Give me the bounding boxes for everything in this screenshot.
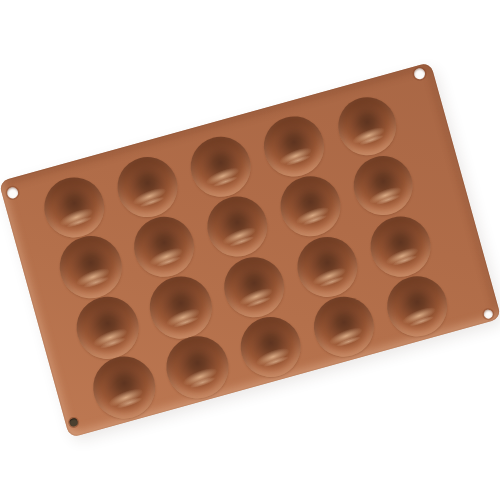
mold-cavity: [160, 329, 236, 405]
mold-cavity: [86, 349, 162, 425]
mold-cavity: [37, 170, 112, 245]
mold-cavity: [233, 310, 308, 385]
mold-cavity: [274, 170, 347, 243]
cavity-grid: [0, 62, 430, 182]
mold-cavity: [53, 230, 128, 305]
mold-cavity: [217, 250, 291, 324]
hanging-hole: [69, 417, 79, 427]
mold-cavity: [110, 150, 184, 224]
mold-cavity: [143, 270, 218, 345]
mold-cavity: [70, 290, 146, 366]
product-photo: [0, 0, 500, 500]
hanging-hole: [5, 186, 19, 200]
mold-cavity: [380, 270, 454, 344]
hanging-hole: [482, 308, 493, 319]
mold-cavity: [200, 190, 274, 264]
mold-cavity: [307, 290, 381, 364]
mold-cavity: [127, 210, 202, 285]
silicone-mold: [0, 62, 500, 438]
mold-cavity: [290, 230, 364, 304]
mold-cavity: [258, 110, 331, 183]
mold-cavity: [331, 90, 403, 162]
mold-cavity: [347, 150, 420, 223]
mold-cavity: [184, 130, 257, 203]
mold-cavity: [364, 210, 437, 283]
hanging-hole: [412, 67, 426, 81]
